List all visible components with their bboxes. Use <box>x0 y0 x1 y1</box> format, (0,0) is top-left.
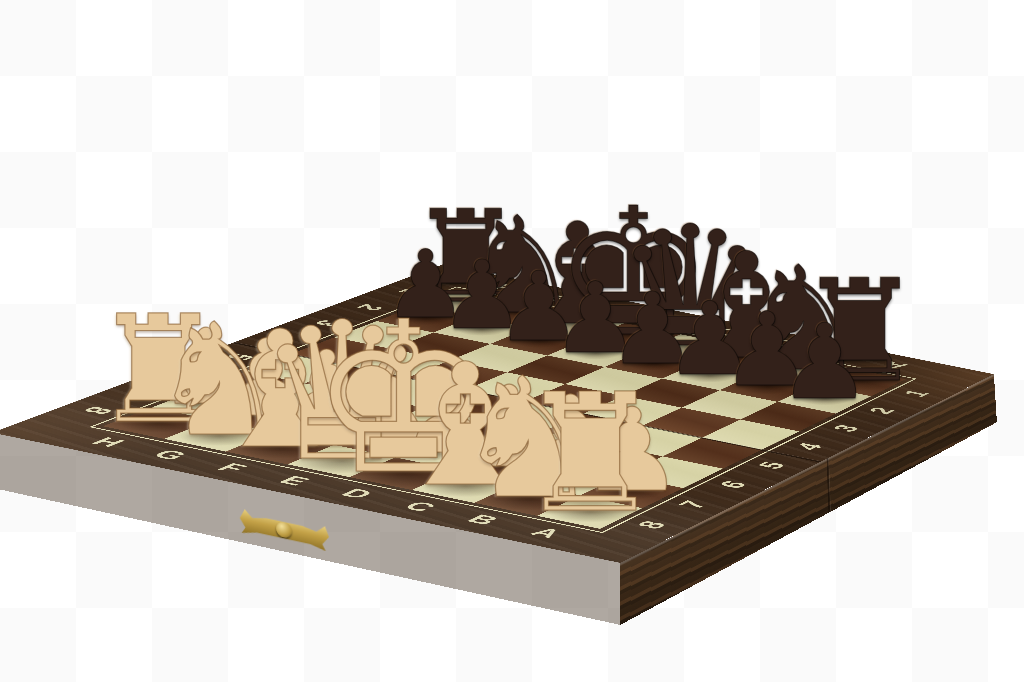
latch-knob-icon <box>276 521 292 539</box>
fold-seam-side <box>827 458 831 513</box>
product-photo-stage: HHGGFFEEDDCCBBAA8877665544332211 ♜♞♝♛♚♝♞… <box>0 0 1024 682</box>
